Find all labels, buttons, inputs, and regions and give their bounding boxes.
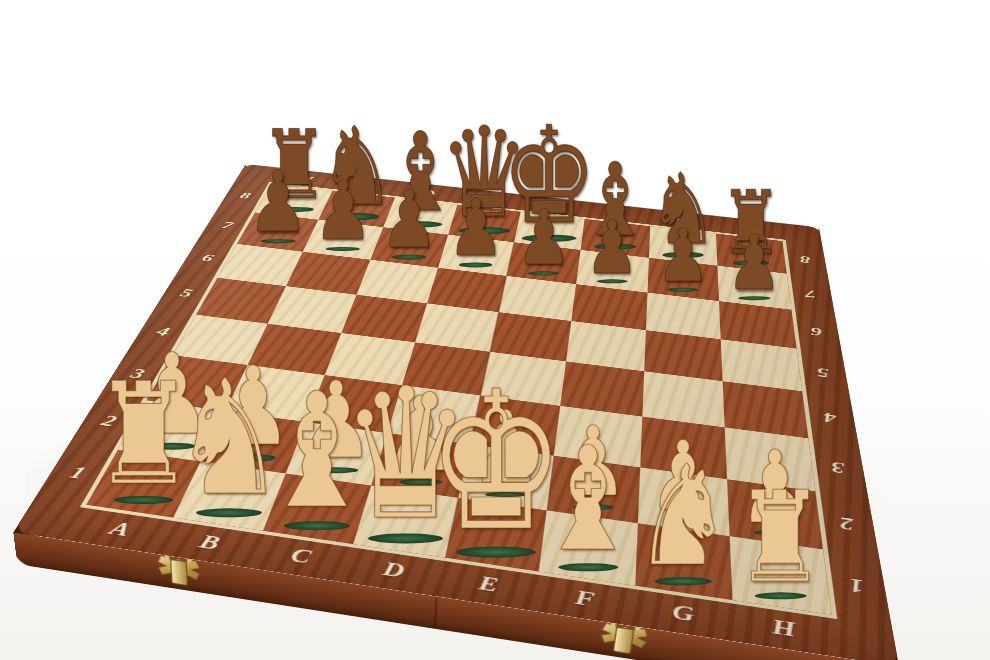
coord-label: H	[771, 614, 797, 642]
coord-label: 6	[809, 324, 822, 339]
coord-label: 1	[66, 463, 90, 484]
rank-label-right-5: 5	[797, 348, 850, 397]
rank-label-right-3: 3	[808, 438, 868, 498]
coord-label: 1	[847, 573, 865, 598]
perspective-wrapper: ABCDEFGH8877665544332211ABCDEFGH	[72, 0, 918, 660]
rank-label-right-8: 8	[782, 241, 828, 279]
scene: ABCDEFGH8877665544332211ABCDEFGH ♜♞♝♛♚♝♞…	[0, 0, 990, 660]
rank-label-right-2: 2	[815, 491, 879, 557]
coord-label: C	[421, 187, 437, 198]
coord-label: F	[611, 208, 625, 219]
coord-label: 7	[804, 287, 817, 300]
clasp-keeper-icon	[170, 559, 188, 586]
clasp-keeper-icon	[613, 627, 635, 655]
coord-label: 5	[816, 364, 830, 380]
coord-label: 2	[838, 512, 855, 534]
coord-label: D	[483, 194, 499, 205]
coord-label: 4	[822, 409, 837, 427]
fold-seam-front	[433, 596, 437, 629]
coord-label: C	[288, 544, 314, 568]
rank-label-right-6: 6	[791, 309, 842, 354]
coord-label: 2	[98, 412, 120, 430]
coord-label: 7	[219, 220, 235, 232]
coord-label: B	[359, 180, 375, 191]
coord-label: 3	[830, 458, 846, 478]
rank-label-right-4: 4	[802, 391, 858, 445]
coord-label: G	[676, 215, 690, 227]
coord-label: 3	[127, 366, 148, 383]
coord-label: B	[196, 530, 224, 554]
coord-label: E	[477, 571, 500, 597]
coord-label: G	[672, 600, 694, 627]
rank-label-right-1: 1	[823, 549, 891, 623]
coord-label: E	[547, 201, 561, 212]
coord-label: 8	[238, 190, 253, 201]
coord-label: 4	[153, 324, 172, 339]
coord-label: D	[381, 557, 407, 582]
rank-label-right-7: 7	[787, 274, 835, 315]
board-box: ABCDEFGH8877665544332211ABCDEFGH	[13, 164, 899, 660]
brass-clasp-left	[156, 543, 201, 595]
chess-board: ABCDEFGH8877665544332211ABCDEFGH	[13, 164, 899, 660]
coord-label: A	[106, 517, 135, 540]
coord-label: 6	[199, 252, 216, 265]
brass-clasp-right	[598, 610, 652, 660]
coord-label: 8	[799, 253, 811, 265]
coord-label: H	[740, 222, 756, 234]
coord-label: A	[298, 174, 315, 185]
coord-label: F	[574, 585, 596, 611]
coord-label: 5	[177, 286, 195, 300]
